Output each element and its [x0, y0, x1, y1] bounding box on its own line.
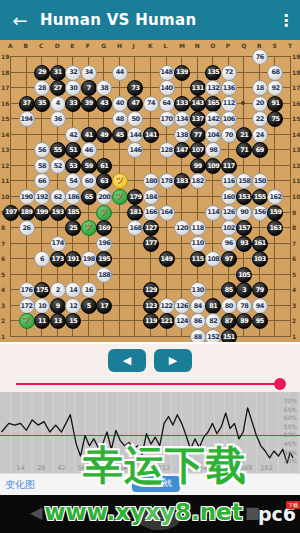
overflow-menu-icon[interactable]: ⋮: [272, 11, 300, 30]
row-label: 7: [292, 240, 296, 247]
row-label: 5: [292, 271, 296, 278]
white-stone: 52: [50, 158, 66, 174]
white-stone: 44: [112, 65, 128, 81]
black-stone: 45: [112, 127, 128, 143]
black-stone: 13: [50, 313, 66, 329]
col-label: A: [8, 42, 13, 49]
black-stone: 39: [81, 96, 97, 112]
black-stone: 103: [252, 251, 268, 267]
black-stone: 97: [221, 251, 237, 267]
back-arrow-icon[interactable]: ←: [0, 10, 40, 31]
white-stone: 180: [143, 173, 159, 189]
black-stone: 159: [267, 205, 283, 221]
svg-text:98: 98: [139, 464, 147, 472]
svg-text:112: 112: [158, 464, 170, 472]
black-stone: 35: [34, 96, 50, 112]
white-stone: 192: [34, 189, 50, 205]
white-stone: 140: [159, 80, 175, 96]
white-stone: 84: [190, 298, 206, 314]
white-stone: 40: [112, 96, 128, 112]
black-stone: 41: [81, 127, 97, 143]
svg-text:168: 168: [240, 464, 252, 472]
white-stone: 170: [159, 111, 175, 127]
white-stone: 42: [65, 127, 81, 143]
svg-text:154: 154: [219, 464, 231, 472]
move-slider[interactable]: [16, 379, 284, 389]
black-stone: 133: [174, 96, 190, 112]
row-label: 6: [292, 255, 296, 262]
black-stone: 199: [34, 205, 50, 221]
svg-text:70%: 70%: [284, 397, 298, 404]
black-stone: 63: [96, 173, 112, 189]
white-stone: 150: [252, 173, 268, 189]
row-label: 12: [1, 162, 9, 169]
row-label: 1: [292, 333, 296, 340]
white-stone: 104: [205, 127, 221, 143]
smiley-stone: ツ: [112, 173, 128, 189]
black-stone: 9: [50, 298, 66, 314]
white-stone: 148: [159, 65, 175, 81]
row-label: 14: [1, 131, 9, 138]
white-stone: 102: [221, 220, 237, 236]
white-stone: 166: [143, 205, 159, 221]
white-stone: 178: [159, 173, 175, 189]
pc6-download-badge: 下载: [286, 501, 300, 509]
white-stone: 158: [236, 173, 252, 189]
black-stone: 197: [3, 205, 19, 221]
white-stone: 174: [50, 236, 66, 252]
black-stone: 43: [96, 96, 112, 112]
black-stone: 15: [65, 313, 81, 329]
black-stone: 191: [65, 251, 81, 267]
row-label: 4: [292, 286, 296, 293]
nav-hint-blob: [138, 508, 180, 530]
black-stone: 141: [143, 127, 159, 143]
white-stone: 10: [34, 298, 50, 314]
black-stone: 135: [205, 65, 221, 81]
watermark-triangle-icon: ◀: [30, 503, 42, 522]
black-stone: 169: [96, 220, 112, 236]
row-label: 8: [292, 224, 296, 231]
row-label: 3: [1, 302, 5, 309]
white-stone: 30: [65, 80, 81, 96]
black-stone: 183: [174, 173, 190, 189]
row-label: 15: [292, 115, 300, 122]
white-stone: 60: [81, 173, 97, 189]
black-stone: 79: [252, 282, 268, 298]
white-stone: 58: [34, 158, 50, 174]
black-stone: 99: [190, 158, 206, 174]
white-stone: 32: [65, 65, 81, 81]
white-stone: 126: [221, 205, 237, 221]
black-stone: 59: [81, 158, 97, 174]
black-stone: 81: [205, 298, 221, 314]
black-stone: 31: [50, 65, 66, 81]
white-stone: 96: [221, 236, 237, 252]
black-stone: 29: [34, 65, 50, 81]
svg-text:126: 126: [178, 464, 190, 472]
white-stone: 124: [174, 313, 190, 329]
black-stone: 131: [190, 80, 206, 96]
svg-text:42: 42: [57, 464, 65, 472]
white-stone: 18: [252, 80, 268, 96]
svg-text:70: 70: [98, 464, 106, 472]
row-label: 19: [1, 53, 9, 60]
black-stone: 177: [143, 236, 159, 252]
black-stone: 147: [174, 142, 190, 158]
smiley-stone: ツ: [81, 220, 97, 236]
col-label: E: [70, 42, 74, 49]
slider-thumb[interactable]: [274, 378, 286, 390]
black-stone: 179: [127, 189, 143, 205]
white-stone: 76: [252, 49, 268, 65]
black-stone: 85: [221, 282, 237, 298]
row-label: 16: [1, 100, 9, 107]
black-stone: 49: [96, 127, 112, 143]
black-stone: 25: [65, 220, 81, 236]
white-stone: 54: [65, 173, 81, 189]
previous-move-button[interactable]: ◀: [108, 349, 146, 372]
white-stone: 46: [81, 142, 97, 158]
row-label: 10: [292, 193, 300, 200]
row-label: 13: [292, 146, 300, 153]
col-label: R: [257, 42, 262, 49]
white-stone: 146: [127, 142, 143, 158]
col-label: J: [132, 42, 134, 49]
black-stone: 89: [236, 313, 252, 329]
app-bar: ← Human VS Human ⋮: [0, 0, 300, 40]
black-stone: 5: [81, 298, 97, 314]
black-stone: 33: [65, 96, 81, 112]
col-label: K: [148, 42, 153, 49]
black-stone: 163: [267, 220, 283, 236]
black-stone: 173: [50, 251, 66, 267]
row-label: 12: [292, 162, 300, 169]
black-stone: 7: [81, 80, 97, 96]
row-label: 13: [1, 146, 9, 153]
col-label: P: [226, 42, 230, 49]
star-point: [241, 101, 245, 105]
white-stone: 194: [19, 111, 35, 127]
black-stone: 55: [50, 142, 66, 158]
row-label: 19: [292, 53, 300, 60]
white-stone: 110: [190, 236, 206, 252]
white-stone: 56: [34, 142, 50, 158]
black-stone: 123: [143, 298, 159, 314]
white-stone: 138: [174, 127, 190, 143]
black-stone: 189: [19, 205, 35, 221]
white-stone: 112: [221, 96, 237, 112]
svg-text:140: 140: [199, 464, 211, 472]
row-label: 17: [292, 84, 300, 91]
white-stone: 12: [65, 298, 81, 314]
black-stone: 153: [236, 189, 252, 205]
black-stone: 37: [19, 96, 35, 112]
white-stone: 78: [236, 298, 252, 314]
svg-text:14: 14: [16, 464, 24, 472]
black-stone: 87: [221, 313, 237, 329]
row-label: 11: [292, 177, 300, 184]
black-stone: 27: [50, 80, 66, 96]
black-stone: 71: [236, 142, 252, 158]
white-stone: 128: [159, 142, 175, 158]
black-stone: 11: [34, 313, 50, 329]
white-stone: 134: [174, 111, 190, 127]
white-stone: 136: [221, 80, 237, 96]
white-stone: 184: [143, 189, 159, 205]
next-move-button[interactable]: ▶: [154, 349, 192, 372]
col-label: D: [55, 42, 60, 49]
white-stone: 122: [159, 298, 175, 314]
white-stone: 94: [252, 298, 268, 314]
footer-strip: 变化图 胜率曲线: [0, 473, 300, 496]
col-label: B: [24, 42, 29, 49]
slider-track[interactable]: [16, 383, 284, 385]
white-stone: 14: [65, 282, 81, 298]
black-stone: 195: [96, 251, 112, 267]
black-stone: 47: [127, 96, 143, 112]
black-stone: 181: [127, 205, 143, 221]
black-stone: 53: [65, 158, 81, 174]
black-stone: 91: [267, 96, 283, 112]
white-stone: 72: [221, 65, 237, 81]
row-label: 1: [1, 333, 5, 340]
black-stone: 143: [190, 96, 206, 112]
col-label: N: [195, 42, 200, 49]
smiley-stone: ツ: [19, 313, 35, 329]
svg-text:45%: 45%: [284, 440, 298, 447]
col-label: S: [272, 42, 276, 49]
white-stone: 118: [190, 220, 206, 236]
black-stone: 115: [190, 251, 206, 267]
black-stone: 17: [96, 298, 112, 314]
row-label: 2: [292, 317, 296, 324]
white-stone: 64: [159, 96, 175, 112]
svg-text:50%: 50%: [284, 431, 298, 438]
white-stone: 80: [221, 298, 237, 314]
black-stone: 21: [236, 127, 252, 143]
white-stone: 36: [50, 111, 66, 127]
white-stone: 4: [50, 96, 66, 112]
white-stone: 196: [96, 236, 112, 252]
white-stone: 126: [174, 298, 190, 314]
col-label: M: [179, 42, 185, 49]
winrate-curve-button[interactable]: 胜率曲线: [132, 476, 180, 492]
white-stone: 162: [267, 189, 283, 205]
white-stone: 20: [252, 96, 268, 112]
white-stone: 38: [96, 80, 112, 96]
black-stone: 127: [143, 220, 159, 236]
black-stone: 77: [190, 127, 206, 143]
black-stone: 157: [236, 220, 252, 236]
col-label: H: [117, 42, 122, 49]
row-label: 14: [292, 131, 300, 138]
row-label: 16: [292, 100, 300, 107]
black-stone: 51: [65, 142, 81, 158]
white-stone: 68: [267, 65, 283, 81]
row-label: 17: [1, 84, 9, 91]
row-label: 18: [292, 69, 300, 76]
black-stone: 95: [252, 313, 268, 329]
row-label: 5: [1, 271, 5, 278]
col-label: C: [39, 42, 43, 49]
white-stone: 108: [205, 251, 221, 267]
black-stone: 3: [236, 282, 252, 298]
col-label: O: [210, 42, 215, 49]
row-label: 6: [1, 255, 5, 262]
black-stone: 117: [221, 158, 237, 174]
svg-text:40%: 40%: [284, 449, 298, 456]
white-stone: 82: [205, 313, 221, 329]
row-label: 15: [1, 115, 9, 122]
white-stone: 90: [236, 205, 252, 221]
svg-text:28: 28: [37, 464, 45, 472]
black-stone: 65: [81, 189, 97, 205]
black-stone: 139: [174, 65, 190, 81]
white-stone: 66: [34, 173, 50, 189]
variation-diagram-link[interactable]: 变化图: [5, 478, 35, 492]
white-stone: 132: [205, 80, 221, 96]
white-stone: 144: [127, 127, 143, 143]
white-stone: 2: [50, 282, 66, 298]
black-stone: 129: [143, 282, 159, 298]
svg-text:35%: 35%: [284, 457, 298, 464]
row-label: 3: [292, 302, 296, 309]
white-stone: 86: [190, 313, 206, 329]
black-stone: 109: [205, 158, 221, 174]
row-label: 8: [1, 224, 5, 231]
col-label: F: [86, 42, 90, 49]
page-title: Human VS Human: [40, 11, 272, 29]
white-stone: 16: [81, 282, 97, 298]
col-label: G: [101, 42, 106, 49]
white-stone: 182: [190, 173, 206, 189]
black-stone: 121: [159, 313, 175, 329]
winrate-chart: 1428425670849811212614015416818270%65%60…: [0, 392, 300, 473]
white-stone: 26: [19, 220, 35, 236]
black-stone: 193: [50, 205, 66, 221]
white-stone: 190: [19, 189, 35, 205]
black-stone: 73: [127, 80, 143, 96]
white-stone: 70: [221, 127, 237, 143]
white-stone: 114: [205, 205, 221, 221]
white-stone: 164: [159, 205, 175, 221]
black-stone: 69: [252, 142, 268, 158]
svg-text:55%: 55%: [284, 423, 298, 430]
row-label: 2: [1, 317, 5, 324]
white-stone: 142: [205, 111, 221, 127]
white-stone: 74: [143, 96, 159, 112]
black-stone: 175: [34, 282, 50, 298]
white-stone: 98: [205, 142, 221, 158]
white-stone: 186: [65, 189, 81, 205]
col-label: T: [288, 42, 292, 49]
white-stone: 48: [112, 111, 128, 127]
col-label: L: [164, 42, 168, 49]
black-stone: 137: [190, 111, 206, 127]
black-stone: 75: [267, 111, 283, 127]
black-stone: 61: [96, 158, 112, 174]
svg-text:56: 56: [78, 464, 86, 472]
black-stone: 155: [252, 189, 268, 205]
white-stone: 172: [19, 298, 35, 314]
white-stone: 6: [34, 251, 50, 267]
white-stone: 130: [190, 282, 206, 298]
go-board[interactable]: AABBCCDDEEFFGGHHJJKKLLMMNNOOPPQQRRSSTT19…: [0, 40, 300, 342]
white-stone: 106: [221, 111, 237, 127]
white-stone: 200: [96, 189, 112, 205]
white-stone: 176: [19, 282, 35, 298]
svg-text:84: 84: [119, 464, 127, 472]
row-label: 18: [1, 69, 9, 76]
col-label: Q: [241, 42, 246, 49]
white-stone: 62: [50, 189, 66, 205]
black-stone: 149: [159, 251, 175, 267]
row-label: 10: [1, 193, 9, 200]
white-stone: 34: [81, 65, 97, 81]
white-stone: 22: [252, 111, 268, 127]
row-label: 7: [1, 240, 5, 247]
row-label: 9: [292, 209, 296, 216]
black-stone: 165: [205, 96, 221, 112]
white-stone: 92: [267, 80, 283, 96]
black-stone: 119: [143, 313, 159, 329]
white-stone: 156: [252, 205, 268, 221]
white-stone: 120: [174, 220, 190, 236]
black-stone: 105: [236, 267, 252, 283]
white-stone: 160: [221, 189, 237, 205]
white-stone: 168: [127, 220, 143, 236]
white-stone: 198: [81, 251, 97, 267]
svg-text:60%: 60%: [284, 414, 298, 421]
svg-text:182: 182: [260, 464, 272, 472]
svg-text:65%: 65%: [284, 406, 298, 413]
white-stone: 24: [252, 127, 268, 143]
row-label: 4: [1, 286, 5, 293]
smiley-stone: ツ: [96, 205, 112, 221]
black-stone: 161: [252, 236, 268, 252]
white-stone: 116: [221, 173, 237, 189]
white-stone: 50: [127, 111, 143, 127]
white-stone: 188: [96, 267, 112, 283]
controls-strip: ◀ ▶: [0, 342, 300, 394]
row-label: 11: [1, 177, 9, 184]
smiley-stone: ツ: [112, 189, 128, 205]
app-screen: ← Human VS Human ⋮ AABBCCDDEEFFGGHHJJKKL…: [0, 0, 300, 533]
black-stone: 93: [236, 236, 252, 252]
black-stone: 107: [190, 142, 206, 158]
white-stone: 28: [34, 80, 50, 96]
black-stone: 185: [65, 205, 81, 221]
